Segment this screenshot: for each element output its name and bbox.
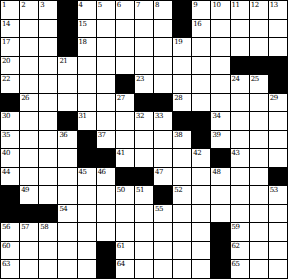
- white-square-r8c9[interactable]: [154, 131, 172, 149]
- black-square-r9c6: [97, 149, 115, 167]
- clue-number-30: 30: [2, 112, 10, 120]
- white-square-r13c3[interactable]: 58: [39, 223, 57, 241]
- clue-number-46: 46: [98, 168, 106, 176]
- white-square-r13c4[interactable]: [58, 223, 76, 241]
- white-square-r14c9[interactable]: [154, 242, 172, 260]
- white-square-r1c3[interactable]: 3: [39, 1, 57, 19]
- clue-number-7: 7: [136, 1, 140, 9]
- white-square-r1c9[interactable]: 8: [154, 1, 172, 19]
- clue-number-60: 60: [2, 242, 10, 250]
- clue-number-35: 35: [2, 131, 10, 139]
- white-square-r7c3[interactable]: [39, 112, 57, 130]
- white-square-r9c1[interactable]: 40: [1, 149, 19, 167]
- white-square-r2c15[interactable]: [269, 20, 287, 38]
- white-square-r7c9[interactable]: 33: [154, 112, 172, 130]
- clue-number-9: 9: [193, 1, 197, 9]
- clue-number-12: 12: [251, 1, 259, 9]
- white-square-r13c7[interactable]: [116, 223, 134, 241]
- clue-number-25: 25: [251, 75, 259, 83]
- clue-number-53: 53: [270, 186, 278, 194]
- clue-number-63: 63: [2, 260, 10, 268]
- black-square-r4c14: [250, 57, 268, 75]
- white-square-r6c12[interactable]: [211, 94, 229, 112]
- white-square-r13c5[interactable]: [78, 223, 96, 241]
- white-square-r1c2[interactable]: 2: [20, 1, 38, 19]
- black-square-r12c1: [1, 205, 19, 223]
- white-square-r15c14[interactable]: [250, 260, 268, 278]
- clue-number-3: 3: [40, 1, 44, 9]
- black-square-r12c2: [20, 205, 38, 223]
- white-square-r2c1[interactable]: 14: [1, 20, 19, 38]
- clue-number-50: 50: [117, 186, 125, 194]
- white-square-r12c15[interactable]: [269, 205, 287, 223]
- white-square-r2c13[interactable]: [231, 20, 249, 38]
- clue-number-14: 14: [2, 20, 10, 28]
- white-square-r12c13[interactable]: [231, 205, 249, 223]
- white-square-r8c13[interactable]: [231, 131, 249, 149]
- white-square-r12c12[interactable]: [211, 205, 229, 223]
- white-square-r2c14[interactable]: [250, 20, 268, 38]
- white-square-r15c2[interactable]: [20, 260, 38, 278]
- black-square-r4c15: [269, 57, 287, 75]
- white-square-r8c14[interactable]: [250, 131, 268, 149]
- clue-number-61: 61: [117, 242, 125, 250]
- clue-number-28: 28: [174, 94, 182, 102]
- white-square-r7c13[interactable]: [231, 112, 249, 130]
- white-square-r7c5[interactable]: 31: [78, 112, 96, 130]
- black-square-r13c12: [211, 223, 229, 241]
- black-square-r6c8: [135, 94, 153, 112]
- white-square-r10c6[interactable]: 46: [97, 168, 115, 186]
- black-square-r12c3: [39, 205, 57, 223]
- clue-number-8: 8: [155, 1, 159, 9]
- white-square-r10c4[interactable]: [58, 168, 76, 186]
- clue-number-32: 32: [136, 112, 144, 120]
- white-square-r15c5[interactable]: [78, 260, 96, 278]
- white-square-r11c6[interactable]: [97, 186, 115, 204]
- white-square-r3c3[interactable]: [39, 38, 57, 56]
- white-square-r2c3[interactable]: [39, 20, 57, 38]
- white-square-r7c6[interactable]: [97, 112, 115, 130]
- white-square-r1c7[interactable]: 6: [116, 1, 134, 19]
- clue-number-10: 10: [212, 1, 220, 9]
- white-square-r5c8[interactable]: 23: [135, 75, 153, 93]
- white-square-r5c5[interactable]: [78, 75, 96, 93]
- clue-number-34: 34: [212, 112, 220, 120]
- white-square-r15c10[interactable]: [173, 260, 191, 278]
- white-square-r2c2[interactable]: [20, 20, 38, 38]
- clue-number-54: 54: [59, 205, 67, 213]
- white-square-r14c5[interactable]: [78, 242, 96, 260]
- white-square-r10c12[interactable]: 48: [211, 168, 229, 186]
- white-square-r9c7[interactable]: 41: [116, 149, 134, 167]
- white-square-r4c7[interactable]: [116, 57, 134, 75]
- white-square-r1c13[interactable]: 11: [231, 1, 249, 19]
- white-square-r1c11[interactable]: 9: [192, 1, 210, 19]
- white-square-r3c13[interactable]: [231, 38, 249, 56]
- white-square-r4c10[interactable]: [173, 57, 191, 75]
- white-square-r1c14[interactable]: 12: [250, 1, 268, 19]
- white-square-r8c2[interactable]: [20, 131, 38, 149]
- white-square-r13c14[interactable]: [250, 223, 268, 241]
- white-square-r14c3[interactable]: [39, 242, 57, 260]
- white-square-r3c8[interactable]: [135, 38, 153, 56]
- black-square-r5c15: [269, 75, 287, 93]
- white-square-r10c5[interactable]: 45: [78, 168, 96, 186]
- white-square-r12c6[interactable]: [97, 205, 115, 223]
- clue-number-20: 20: [2, 57, 10, 65]
- white-square-r15c11[interactable]: [192, 260, 210, 278]
- white-square-r11c2[interactable]: 49: [20, 186, 38, 204]
- white-square-r9c9[interactable]: [154, 149, 172, 167]
- white-square-r8c8[interactable]: [135, 131, 153, 149]
- white-square-r6c11[interactable]: [192, 94, 210, 112]
- white-square-r15c4[interactable]: [58, 260, 76, 278]
- clue-number-48: 48: [212, 168, 220, 176]
- clue-number-42: 42: [193, 149, 201, 157]
- white-square-r10c3[interactable]: [39, 168, 57, 186]
- white-square-r6c15[interactable]: 29: [269, 94, 287, 112]
- clue-number-37: 37: [98, 131, 106, 139]
- clue-number-62: 62: [232, 242, 240, 250]
- white-square-r8c12[interactable]: 39: [211, 131, 229, 149]
- white-square-r7c8[interactable]: 32: [135, 112, 153, 130]
- white-square-r14c1[interactable]: 60: [1, 242, 19, 260]
- black-square-r15c12: [211, 260, 229, 278]
- white-square-r4c5[interactable]: [78, 57, 96, 75]
- white-square-r1c6[interactable]: 5: [97, 1, 115, 19]
- white-square-r11c7[interactable]: 50: [116, 186, 134, 204]
- crossword-grid: 1234567891011121314151617181920212223242…: [0, 0, 288, 279]
- white-square-r6c2[interactable]: 26: [20, 94, 38, 112]
- clue-number-13: 13: [270, 1, 278, 9]
- white-square-r7c2[interactable]: [20, 112, 38, 130]
- black-square-r11c9: [154, 186, 172, 204]
- white-square-r15c8[interactable]: [135, 260, 153, 278]
- white-square-r11c11[interactable]: [192, 186, 210, 204]
- black-square-r4c13: [231, 57, 249, 75]
- white-square-r4c11[interactable]: [192, 57, 210, 75]
- white-square-r4c9[interactable]: [154, 57, 172, 75]
- white-square-r5c13[interactable]: 24: [231, 75, 249, 93]
- clue-number-55: 55: [155, 205, 163, 213]
- clue-number-19: 19: [174, 38, 182, 46]
- clue-number-36: 36: [59, 131, 67, 139]
- white-square-r7c14[interactable]: [250, 112, 268, 130]
- white-square-r10c11[interactable]: [192, 168, 210, 186]
- clue-number-24: 24: [232, 75, 240, 83]
- white-square-r6c6[interactable]: [97, 94, 115, 112]
- white-square-r5c9[interactable]: [154, 75, 172, 93]
- black-square-r10c15: [269, 168, 287, 186]
- clue-number-22: 22: [2, 75, 10, 83]
- white-square-r11c4[interactable]: [58, 186, 76, 204]
- clue-number-31: 31: [79, 112, 87, 120]
- white-square-r7c15[interactable]: [269, 112, 287, 130]
- clue-number-16: 16: [193, 20, 201, 28]
- clue-number-38: 38: [174, 131, 182, 139]
- white-square-r9c8[interactable]: [135, 149, 153, 167]
- white-square-r12c9[interactable]: 55: [154, 205, 172, 223]
- white-square-r2c5[interactable]: 15: [78, 20, 96, 38]
- white-square-r3c14[interactable]: [250, 38, 268, 56]
- white-square-r6c5[interactable]: [78, 94, 96, 112]
- clue-number-6: 6: [117, 1, 121, 9]
- clue-number-56: 56: [2, 223, 10, 231]
- white-square-r10c10[interactable]: [173, 168, 191, 186]
- white-square-r15c9[interactable]: [154, 260, 172, 278]
- white-square-r8c15[interactable]: [269, 131, 287, 149]
- white-square-r13c8[interactable]: [135, 223, 153, 241]
- white-square-r3c12[interactable]: [211, 38, 229, 56]
- white-square-r3c5[interactable]: 18: [78, 38, 96, 56]
- white-square-r15c3[interactable]: [39, 260, 57, 278]
- white-square-r2c12[interactable]: [211, 20, 229, 38]
- white-square-r15c7[interactable]: 64: [116, 260, 134, 278]
- white-square-r3c10[interactable]: 19: [173, 38, 191, 56]
- white-square-r9c4[interactable]: [58, 149, 76, 167]
- white-square-r2c11[interactable]: 16: [192, 20, 210, 38]
- white-square-r7c1[interactable]: 30: [1, 112, 19, 130]
- clue-number-18: 18: [79, 38, 87, 46]
- white-square-r8c7[interactable]: [116, 131, 134, 149]
- white-square-r8c4[interactable]: 36: [58, 131, 76, 149]
- white-square-r1c12[interactable]: 10: [211, 1, 229, 19]
- black-square-r1c4: [58, 1, 76, 19]
- clue-number-52: 52: [174, 186, 182, 194]
- white-square-r3c7[interactable]: [116, 38, 134, 56]
- white-square-r14c8[interactable]: [135, 242, 153, 260]
- clue-number-58: 58: [40, 223, 48, 231]
- white-square-r7c12[interactable]: 34: [211, 112, 229, 130]
- white-square-r5c2[interactable]: [20, 75, 38, 93]
- white-square-r11c13[interactable]: [231, 186, 249, 204]
- clue-number-2: 2: [21, 1, 25, 9]
- white-square-r7c7[interactable]: [116, 112, 134, 130]
- clue-number-23: 23: [136, 75, 144, 83]
- white-square-r6c13[interactable]: [231, 94, 249, 112]
- white-square-r14c7[interactable]: 61: [116, 242, 134, 260]
- black-square-r9c12: [211, 149, 229, 167]
- white-square-r11c15[interactable]: 53: [269, 186, 287, 204]
- black-square-r6c9: [154, 94, 172, 112]
- white-square-r4c3[interactable]: [39, 57, 57, 75]
- white-square-r8c10[interactable]: 38: [173, 131, 191, 149]
- clue-number-26: 26: [21, 94, 29, 102]
- white-square-r9c3[interactable]: [39, 149, 57, 167]
- clue-number-1: 1: [2, 1, 6, 9]
- white-square-r5c10[interactable]: [173, 75, 191, 93]
- white-square-r5c6[interactable]: [97, 75, 115, 93]
- white-square-r9c10[interactable]: [173, 149, 191, 167]
- black-square-r8c5: [78, 131, 96, 149]
- white-square-r5c4[interactable]: [58, 75, 76, 93]
- white-square-r5c12[interactable]: [211, 75, 229, 93]
- white-square-r14c11[interactable]: [192, 242, 210, 260]
- white-square-r11c5[interactable]: [78, 186, 96, 204]
- white-square-r12c5[interactable]: [78, 205, 96, 223]
- clue-number-5: 5: [98, 1, 102, 9]
- white-square-r12c14[interactable]: [250, 205, 268, 223]
- white-square-r1c8[interactable]: 7: [135, 1, 153, 19]
- white-square-r13c1[interactable]: 56: [1, 223, 19, 241]
- clue-number-11: 11: [232, 1, 240, 9]
- white-square-r13c2[interactable]: 57: [20, 223, 38, 241]
- white-square-r11c12[interactable]: [211, 186, 229, 204]
- white-square-r11c3[interactable]: [39, 186, 57, 204]
- white-square-r8c6[interactable]: 37: [97, 131, 115, 149]
- white-square-r11c8[interactable]: 51: [135, 186, 153, 204]
- white-square-r9c13[interactable]: 43: [231, 149, 249, 167]
- white-square-r11c10[interactable]: 52: [173, 186, 191, 204]
- white-square-r6c10[interactable]: 28: [173, 94, 191, 112]
- white-square-r9c11[interactable]: 42: [192, 149, 210, 167]
- black-square-r8c11: [192, 131, 210, 149]
- white-square-r4c4[interactable]: 21: [58, 57, 76, 75]
- black-square-r14c12: [211, 242, 229, 260]
- white-square-r14c2[interactable]: [20, 242, 38, 260]
- clue-number-47: 47: [155, 168, 163, 176]
- white-square-r5c3[interactable]: [39, 75, 57, 93]
- black-square-r10c7: [116, 168, 134, 186]
- white-square-r3c2[interactable]: [20, 38, 38, 56]
- white-square-r14c4[interactable]: [58, 242, 76, 260]
- white-square-r10c2[interactable]: [20, 168, 38, 186]
- white-square-r8c3[interactable]: [39, 131, 57, 149]
- white-square-r9c2[interactable]: [20, 149, 38, 167]
- white-square-r12c8[interactable]: [135, 205, 153, 223]
- white-square-r2c9[interactable]: [154, 20, 172, 38]
- white-square-r2c6[interactable]: [97, 20, 115, 38]
- clue-number-15: 15: [79, 20, 87, 28]
- white-square-r6c14[interactable]: [250, 94, 268, 112]
- black-square-r2c10: [173, 20, 191, 38]
- black-square-r14c6: [97, 242, 115, 260]
- black-square-r1c10: [173, 1, 191, 19]
- white-square-r4c6[interactable]: [97, 57, 115, 75]
- white-square-r10c14[interactable]: [250, 168, 268, 186]
- black-square-r15c6: [97, 260, 115, 278]
- white-square-r3c9[interactable]: [154, 38, 172, 56]
- clue-number-27: 27: [117, 94, 125, 102]
- white-square-r13c15[interactable]: [269, 223, 287, 241]
- white-square-r4c1[interactable]: 20: [1, 57, 19, 75]
- white-square-r8c1[interactable]: 35: [1, 131, 19, 149]
- white-square-r10c1[interactable]: 44: [1, 168, 19, 186]
- black-square-r7c4: [58, 112, 76, 130]
- white-square-r1c1[interactable]: 1: [1, 1, 19, 19]
- black-square-r11c1: [1, 186, 19, 204]
- white-square-r5c11[interactable]: [192, 75, 210, 93]
- clue-number-40: 40: [2, 149, 10, 157]
- white-square-r6c3[interactable]: [39, 94, 57, 112]
- white-square-r14c10[interactable]: [173, 242, 191, 260]
- black-square-r10c8: [135, 168, 153, 186]
- clue-number-39: 39: [212, 131, 220, 139]
- clue-number-65: 65: [232, 260, 240, 268]
- clue-number-59: 59: [232, 223, 240, 231]
- white-square-r10c9[interactable]: 47: [154, 168, 172, 186]
- black-square-r6c1: [1, 94, 19, 112]
- clue-number-45: 45: [79, 168, 87, 176]
- clue-number-51: 51: [136, 186, 144, 194]
- clue-number-29: 29: [270, 94, 278, 102]
- clue-number-43: 43: [232, 149, 240, 157]
- white-square-r2c8[interactable]: [135, 20, 153, 38]
- white-square-r9c15[interactable]: [269, 149, 287, 167]
- clue-number-21: 21: [59, 57, 67, 65]
- black-square-r2c4: [58, 20, 76, 38]
- white-square-r9c14[interactable]: [250, 149, 268, 167]
- white-square-r1c15[interactable]: 13: [269, 1, 287, 19]
- clue-number-33: 33: [155, 112, 163, 120]
- white-square-r14c13[interactable]: 62: [231, 242, 249, 260]
- black-square-r9c5: [78, 149, 96, 167]
- white-square-r2c7[interactable]: [116, 20, 134, 38]
- white-square-r4c2[interactable]: [20, 57, 38, 75]
- white-square-r15c13[interactable]: 65: [231, 260, 249, 278]
- white-square-r13c13[interactable]: 59: [231, 223, 249, 241]
- white-square-r13c11[interactable]: [192, 223, 210, 241]
- white-square-r4c12[interactable]: [211, 57, 229, 75]
- clue-number-49: 49: [21, 186, 29, 194]
- white-square-r14c14[interactable]: [250, 242, 268, 260]
- white-square-r10c13[interactable]: [231, 168, 249, 186]
- clue-number-4: 4: [79, 1, 83, 9]
- black-square-r3c4: [58, 38, 76, 56]
- white-square-r12c4[interactable]: 54: [58, 205, 76, 223]
- white-square-r3c11[interactable]: [192, 38, 210, 56]
- white-square-r3c15[interactable]: [269, 38, 287, 56]
- white-square-r13c9[interactable]: [154, 223, 172, 241]
- clue-number-44: 44: [2, 168, 10, 176]
- white-square-r3c1[interactable]: 17: [1, 38, 19, 56]
- black-square-r7c11: [192, 112, 210, 130]
- black-square-r7c10: [173, 112, 191, 130]
- white-square-r11c14[interactable]: [250, 186, 268, 204]
- white-square-r13c10[interactable]: [173, 223, 191, 241]
- white-square-r4c8[interactable]: [135, 57, 153, 75]
- white-square-r5c1[interactable]: 22: [1, 75, 19, 93]
- clue-number-64: 64: [117, 260, 125, 268]
- white-square-r12c11[interactable]: [192, 205, 210, 223]
- white-square-r3c6[interactable]: [97, 38, 115, 56]
- clue-number-41: 41: [117, 149, 125, 157]
- white-square-r6c7[interactable]: 27: [116, 94, 134, 112]
- white-square-r12c10[interactable]: [173, 205, 191, 223]
- clue-number-17: 17: [2, 38, 10, 46]
- black-square-r5c7: [116, 75, 134, 93]
- white-square-r15c1[interactable]: 63: [1, 260, 19, 278]
- white-square-r12c7[interactable]: [116, 205, 134, 223]
- white-square-r14c15[interactable]: [269, 242, 287, 260]
- white-square-r5c14[interactable]: 25: [250, 75, 268, 93]
- white-square-r6c4[interactable]: [58, 94, 76, 112]
- clue-number-57: 57: [21, 223, 29, 231]
- white-square-r1c5[interactable]: 4: [78, 1, 96, 19]
- white-square-r15c15[interactable]: [269, 260, 287, 278]
- white-square-r13c6[interactable]: [97, 223, 115, 241]
